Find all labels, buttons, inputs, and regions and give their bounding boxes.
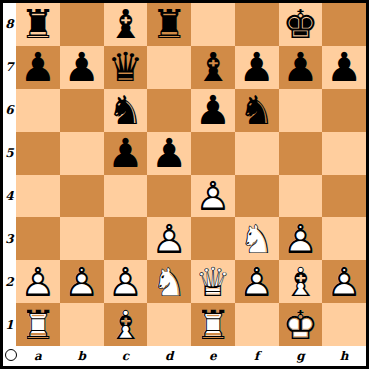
square-a4[interactable] <box>16 175 60 218</box>
square-a3[interactable] <box>16 217 60 260</box>
piece-white-pawn: ♙ <box>235 260 279 303</box>
rank-label-3: 3 <box>3 217 16 260</box>
square-b5[interactable] <box>60 132 104 175</box>
piece-white-bishop: ♗ <box>104 303 148 346</box>
square-b4[interactable] <box>60 175 104 218</box>
piece-white-pawn: ♙ <box>279 217 323 260</box>
square-h3[interactable] <box>322 217 366 260</box>
square-f5[interactable] <box>235 132 279 175</box>
piece-white-rook: ♖ <box>191 303 235 346</box>
rank-label-1: 1 <box>3 303 16 346</box>
square-g6[interactable] <box>279 89 323 132</box>
square-a1[interactable]: ♜♖ <box>16 303 60 346</box>
square-d8[interactable]: ♜ <box>147 3 191 46</box>
file-coordinates-bar: abcdefgh <box>3 346 366 366</box>
file-label-h: h <box>322 346 366 366</box>
square-d5[interactable]: ♟ <box>147 132 191 175</box>
piece-white-king: ♔ <box>279 303 323 346</box>
square-h5[interactable] <box>322 132 366 175</box>
square-c3[interactable] <box>104 217 148 260</box>
square-d1[interactable] <box>147 303 191 346</box>
square-g1[interactable]: ♚♔ <box>279 303 323 346</box>
chess-board: ♜♝♜♚♟♟♛♝♟♟♟♞♟♞♟♟♟♙♟♙♞♘♟♙♟♙♟♙♟♙♞♘♛♕♟♙♝♗♟♙… <box>16 3 366 346</box>
square-g5[interactable] <box>279 132 323 175</box>
piece-white-pawn-fill: ♟ <box>104 260 148 303</box>
square-g7[interactable]: ♟ <box>279 46 323 89</box>
square-g3[interactable]: ♟♙ <box>279 217 323 260</box>
square-e1[interactable]: ♜♖ <box>191 303 235 346</box>
square-c4[interactable] <box>104 175 148 218</box>
square-e5[interactable] <box>191 132 235 175</box>
piece-white-pawn-fill: ♟ <box>235 260 279 303</box>
piece-black-pawn: ♟ <box>235 46 279 89</box>
piece-white-pawn-fill: ♟ <box>16 260 60 303</box>
piece-black-knight: ♞ <box>235 89 279 132</box>
piece-black-bishop: ♝ <box>191 46 235 89</box>
piece-black-pawn: ♟ <box>16 46 60 89</box>
square-h6[interactable] <box>322 89 366 132</box>
file-coordinates: abcdefgh <box>16 346 366 366</box>
square-c6[interactable]: ♞ <box>104 89 148 132</box>
piece-white-pawn-fill: ♟ <box>147 217 191 260</box>
square-g4[interactable] <box>279 175 323 218</box>
piece-black-king: ♚ <box>279 3 323 46</box>
piece-black-queen: ♛ <box>104 46 148 89</box>
piece-white-pawn: ♙ <box>16 260 60 303</box>
rank-label-6: 6 <box>3 89 16 132</box>
rank-label-5: 5 <box>3 132 16 175</box>
piece-black-pawn: ♟ <box>60 46 104 89</box>
rank-label-4: 4 <box>3 175 16 218</box>
piece-white-pawn: ♙ <box>191 175 235 218</box>
square-h4[interactable] <box>322 175 366 218</box>
square-c8[interactable]: ♝ <box>104 3 148 46</box>
square-f6[interactable]: ♞ <box>235 89 279 132</box>
square-a6[interactable] <box>16 89 60 132</box>
rank-coordinates: 87654321 <box>3 3 16 346</box>
file-label-b: b <box>60 346 104 366</box>
piece-black-pawn: ♟ <box>279 46 323 89</box>
square-c7[interactable]: ♛ <box>104 46 148 89</box>
piece-white-pawn-fill: ♟ <box>279 217 323 260</box>
square-b3[interactable] <box>60 217 104 260</box>
square-d6[interactable] <box>147 89 191 132</box>
square-f2[interactable]: ♟♙ <box>235 260 279 303</box>
square-b8[interactable] <box>60 3 104 46</box>
piece-white-rook-fill: ♜ <box>191 303 235 346</box>
piece-white-rook-fill: ♜ <box>16 303 60 346</box>
square-b7[interactable]: ♟ <box>60 46 104 89</box>
square-e6[interactable]: ♟ <box>191 89 235 132</box>
file-label-f: f <box>235 346 279 366</box>
piece-white-rook: ♖ <box>16 303 60 346</box>
piece-white-pawn: ♙ <box>322 260 366 303</box>
piece-white-knight-fill: ♞ <box>147 260 191 303</box>
square-e8[interactable] <box>191 3 235 46</box>
square-f3[interactable]: ♞♘ <box>235 217 279 260</box>
square-e7[interactable]: ♝ <box>191 46 235 89</box>
piece-black-pawn: ♟ <box>191 89 235 132</box>
square-b2[interactable]: ♟♙ <box>60 260 104 303</box>
piece-black-bishop: ♝ <box>104 3 148 46</box>
piece-white-bishop-fill: ♝ <box>104 303 148 346</box>
piece-white-pawn: ♙ <box>147 217 191 260</box>
rank-label-2: 2 <box>3 260 16 303</box>
square-e4[interactable]: ♟♙ <box>191 175 235 218</box>
file-label-e: e <box>191 346 235 366</box>
square-c1[interactable]: ♝♗ <box>104 303 148 346</box>
square-f4[interactable] <box>235 175 279 218</box>
square-f8[interactable] <box>235 3 279 46</box>
piece-black-pawn: ♟ <box>147 132 191 175</box>
piece-white-knight-fill: ♞ <box>235 217 279 260</box>
piece-white-pawn: ♙ <box>60 260 104 303</box>
square-e2[interactable]: ♛♕ <box>191 260 235 303</box>
file-label-d: d <box>147 346 191 366</box>
square-h7[interactable]: ♟ <box>322 46 366 89</box>
piece-white-bishop-fill: ♝ <box>279 260 323 303</box>
square-c5[interactable]: ♟ <box>104 132 148 175</box>
square-g8[interactable]: ♚ <box>279 3 323 46</box>
square-d7[interactable] <box>147 46 191 89</box>
piece-white-king-fill: ♚ <box>279 303 323 346</box>
piece-black-rook: ♜ <box>16 3 60 46</box>
square-g2[interactable]: ♝♗ <box>279 260 323 303</box>
rank-label-7: 7 <box>3 46 16 89</box>
piece-white-knight: ♘ <box>147 260 191 303</box>
piece-white-pawn-fill: ♟ <box>191 175 235 218</box>
piece-white-bishop: ♗ <box>279 260 323 303</box>
piece-white-queen-fill: ♛ <box>191 260 235 303</box>
piece-white-queen: ♕ <box>191 260 235 303</box>
square-e3[interactable] <box>191 217 235 260</box>
file-label-c: c <box>104 346 148 366</box>
square-d2[interactable]: ♞♘ <box>147 260 191 303</box>
square-f1[interactable] <box>235 303 279 346</box>
piece-black-pawn: ♟ <box>322 46 366 89</box>
piece-white-knight: ♘ <box>235 217 279 260</box>
piece-black-knight: ♞ <box>104 89 148 132</box>
square-d4[interactable] <box>147 175 191 218</box>
piece-black-pawn: ♟ <box>104 132 148 175</box>
piece-white-pawn-fill: ♟ <box>322 260 366 303</box>
square-a8[interactable]: ♜ <box>16 3 60 46</box>
square-a7[interactable]: ♟ <box>16 46 60 89</box>
square-c2[interactable]: ♟♙ <box>104 260 148 303</box>
square-a2[interactable]: ♟♙ <box>16 260 60 303</box>
square-a5[interactable] <box>16 132 60 175</box>
square-d3[interactable]: ♟♙ <box>147 217 191 260</box>
piece-white-pawn-fill: ♟ <box>60 260 104 303</box>
file-label-a: a <box>16 346 60 366</box>
square-h8[interactable] <box>322 3 366 46</box>
square-h2[interactable]: ♟♙ <box>322 260 366 303</box>
rank-label-8: 8 <box>3 3 16 46</box>
square-h1[interactable] <box>322 303 366 346</box>
chess-board-frame: ♜♝♜♚♟♟♛♝♟♟♟♞♟♞♟♟♟♙♟♙♞♘♟♙♟♙♟♙♟♙♞♘♛♕♟♙♝♗♟♙… <box>0 0 369 369</box>
piece-black-rook: ♜ <box>147 3 191 46</box>
piece-white-pawn: ♙ <box>104 260 148 303</box>
square-b1[interactable] <box>60 303 104 346</box>
square-f7[interactable]: ♟ <box>235 46 279 89</box>
file-label-g: g <box>279 346 323 366</box>
square-b6[interactable] <box>60 89 104 132</box>
